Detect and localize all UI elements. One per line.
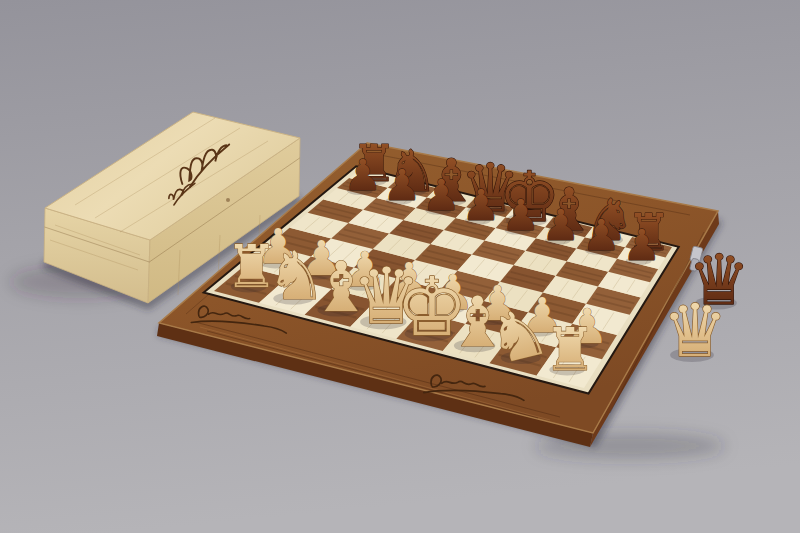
- piece-black-p-f7[interactable]: ♟: [542, 200, 580, 250]
- piece-black-p-h7[interactable]: ♟: [622, 220, 660, 270]
- piece-black-p-e7[interactable]: ♟: [501, 190, 539, 240]
- spare-white-queen[interactable]: ♛: [662, 288, 727, 373]
- piece-black-p-d7[interactable]: ♟: [462, 180, 500, 230]
- photo-chess-set-scene: Angled photo of a wooden Staunton chess …: [0, 0, 800, 533]
- piece-black-p-c7[interactable]: ♟: [422, 170, 460, 220]
- piece-black-p-b7[interactable]: ♟: [383, 160, 421, 210]
- piece-black-p-g7[interactable]: ♟: [582, 210, 620, 260]
- box-knot: [226, 198, 230, 202]
- piece-black-p-a7[interactable]: ♟: [344, 150, 382, 200]
- piece-white-r-h1[interactable]: ♜: [544, 315, 597, 384]
